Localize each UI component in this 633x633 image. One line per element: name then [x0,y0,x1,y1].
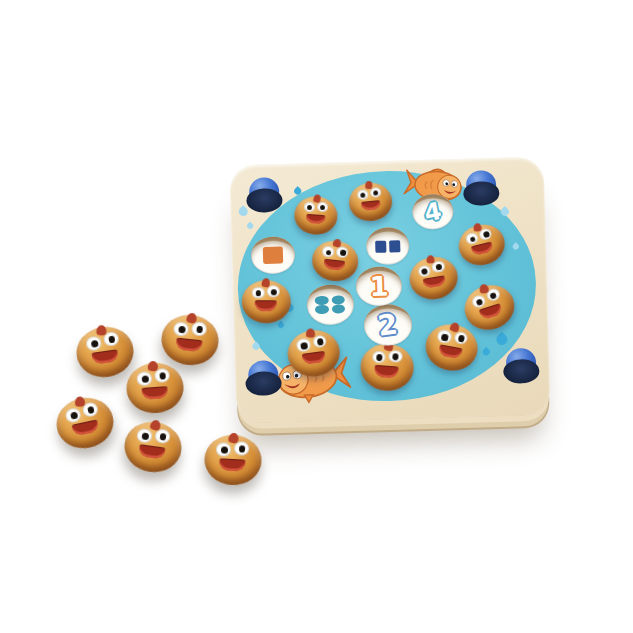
fish-pupil [238,445,245,452]
fish-pupil [196,326,204,334]
loose-fish-1[interactable] [77,327,134,377]
product-photo-stage: 421 [0,0,633,633]
fish-pupil [87,406,95,414]
loose-fish-2[interactable] [162,315,219,365]
fish-eye [137,428,154,443]
fish-piece[interactable] [203,434,263,487]
fish-pupil [159,372,166,379]
fish-crest [75,396,85,406]
fish-mouth [138,444,165,460]
fish-piece[interactable] [159,312,221,368]
fish-mouth [72,419,100,437]
fish-pupil [141,375,148,382]
fish-eye [86,335,103,350]
fish-crest [148,361,159,372]
fish-pupil [70,412,78,420]
fish-pupil [178,326,186,334]
loose-fish-5[interactable] [125,422,182,472]
fish-mouth [92,349,119,365]
loose-fish-3[interactable] [127,363,184,413]
fish-pupil [159,433,167,441]
fish-crest [97,325,107,335]
loose-fish-6[interactable] [205,435,262,485]
fish-piece[interactable] [125,361,185,415]
loose-pieces-area [0,0,633,633]
fish-eye [137,371,153,386]
loose-fish-4[interactable] [57,398,114,448]
fish-piece[interactable] [121,418,184,475]
fish-eye [173,321,189,336]
fish-pupil [108,336,116,344]
fish-pupil [221,446,228,453]
fish-pupil [91,340,99,348]
fish-mouth [142,386,168,400]
fish-pupil [141,432,149,440]
fish-mouth [219,458,245,472]
fish-piece[interactable] [52,393,118,454]
fish-eye [216,442,231,456]
fish-mouth [176,337,203,352]
fish-eye [65,407,82,423]
